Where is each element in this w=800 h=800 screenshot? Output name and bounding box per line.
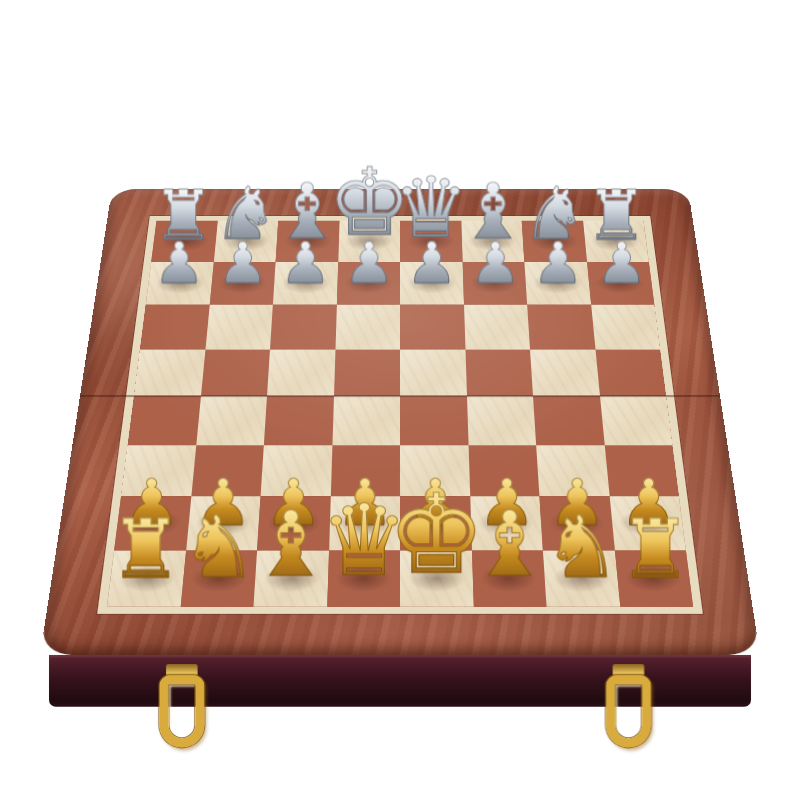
square-e4[interactable] xyxy=(400,396,468,445)
box-front-edge xyxy=(49,655,751,707)
piece-silver-black-pawn[interactable]: ♟ xyxy=(571,235,672,292)
photo-background: ♜♞♝♚♛♝♞♜♟♟♟♟♟♟♟♟♟♟♟♟♟♟♟♟♜♞♝♛♚♝♞♜ xyxy=(0,0,800,800)
square-e6[interactable] xyxy=(400,305,465,350)
right-clasp-latch xyxy=(606,668,651,740)
square-g4[interactable] xyxy=(533,396,604,445)
square-g6[interactable] xyxy=(527,305,595,350)
square-d6[interactable] xyxy=(335,305,400,350)
left-clasp-latch xyxy=(159,668,204,740)
square-h6[interactable] xyxy=(591,305,660,350)
square-f4[interactable] xyxy=(467,396,537,445)
chess-set-scene: ♜♞♝♚♛♝♞♜♟♟♟♟♟♟♟♟♟♟♟♟♟♟♟♟♜♞♝♛♚♝♞♜ xyxy=(80,76,720,716)
piece-gold-white-rook[interactable]: ♜ xyxy=(596,509,712,590)
square-h7[interactable]: ♟ xyxy=(587,262,655,305)
square-b4[interactable] xyxy=(196,396,267,445)
chess-board-box: ♜♞♝♚♛♝♞♜♟♟♟♟♟♟♟♟♟♟♟♟♟♟♟♟♜♞♝♛♚♝♞♜ xyxy=(40,189,760,655)
square-a5[interactable] xyxy=(134,349,205,396)
square-c5[interactable] xyxy=(267,349,335,396)
square-h5[interactable] xyxy=(595,349,666,396)
clasp-loop xyxy=(159,675,204,747)
square-h4[interactable] xyxy=(600,396,673,445)
square-h1[interactable]: ♜ xyxy=(614,550,693,607)
square-c6[interactable] xyxy=(270,305,336,350)
square-d5[interactable] xyxy=(334,349,401,396)
square-b6[interactable] xyxy=(205,305,273,350)
chess-board-grid: ♜♞♝♚♛♝♞♜♟♟♟♟♟♟♟♟♟♟♟♟♟♟♟♟♜♞♝♛♚♝♞♜ xyxy=(107,221,693,607)
square-f5[interactable] xyxy=(465,349,533,396)
square-a6[interactable] xyxy=(140,305,209,350)
square-b5[interactable] xyxy=(201,349,271,396)
playing-area: ♜♞♝♚♛♝♞♜♟♟♟♟♟♟♟♟♟♟♟♟♟♟♟♟♜♞♝♛♚♝♞♜ xyxy=(97,216,703,614)
square-d4[interactable] xyxy=(332,396,400,445)
square-a4[interactable] xyxy=(128,396,201,445)
clasp-loop xyxy=(606,675,651,747)
square-c4[interactable] xyxy=(264,396,334,445)
square-f6[interactable] xyxy=(464,305,530,350)
square-g5[interactable] xyxy=(530,349,600,396)
square-e5[interactable] xyxy=(400,349,467,396)
